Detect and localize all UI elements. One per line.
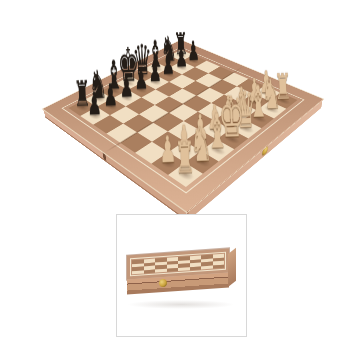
thumbnail-closed-box [116,214,247,337]
closed-chess-box [127,252,239,310]
lid-square [178,267,190,271]
piece-wR: ♜ [174,136,196,180]
box-drop-shadow [127,300,235,309]
piece-bP: ♟ [187,37,200,64]
lid-square [167,268,179,272]
lid-square [213,264,225,268]
chess-board: ♜♟♟♜♞♟♟♞♝♟♟♝♛♟♟♛♚♟♟♚♝♟♟♝♞♟♟♞♜♟♟♜ [42,40,325,214]
lid-square [190,266,202,270]
box-lid-grid [132,254,224,274]
piece-bP: ♟ [162,50,176,78]
brass-clasp-small [159,279,167,288]
brass-clasp [262,145,268,156]
piece-bP: ♟ [134,64,149,94]
box-right-face [228,248,236,287]
piece-bP: ♟ [148,57,162,86]
lid-square [201,265,213,269]
board-pinstripe-frame: ♜♟♟♜♞♟♟♞♝♟♟♝♛♟♟♛♚♟♟♚♝♟♟♝♞♟♟♞♜♟♟♜ [61,47,304,194]
piece-bP: ♟ [87,88,103,120]
board-grid: ♜♟♟♜♞♟♟♞♝♟♟♝♛♟♟♛♚♟♟♚♝♟♟♝♞♟♟♞♜♟♟♜ [69,50,298,187]
lid-square [132,270,144,274]
piece-bP: ♟ [103,79,119,110]
piece-bP: ♟ [175,44,189,72]
lid-square [144,269,156,273]
lid-square [155,268,167,272]
piece-bP: ♟ [119,71,134,101]
product-photo: ♜♟♟♜♞♟♟♞♝♟♟♝♛♟♟♛♚♟♟♚♝♟♟♝♞♟♟♞♜♟♟♜ [0,0,350,350]
